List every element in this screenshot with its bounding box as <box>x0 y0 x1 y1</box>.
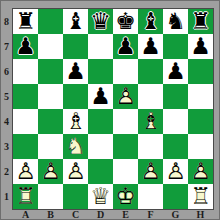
piece-black-rook[interactable]: ♜ <box>188 9 213 34</box>
square-c2[interactable]: ♟♙ <box>63 159 88 184</box>
square-h8[interactable]: ♜ <box>188 9 213 34</box>
rank-label-1: 1 <box>1 184 12 209</box>
white-bishop-outline-glyph: ♗ <box>138 109 163 134</box>
square-c4[interactable]: ♝♗ <box>63 109 88 134</box>
square-e8[interactable]: ♚ <box>113 9 138 34</box>
piece-white-pawn[interactable]: ♟♙ <box>138 159 163 184</box>
file-label-h: H <box>188 208 213 220</box>
piece-black-pawn[interactable]: ♟ <box>88 84 113 109</box>
rank-label-6: 6 <box>1 59 12 84</box>
square-d8[interactable]: ♛ <box>88 9 113 34</box>
square-e7[interactable]: ♟ <box>113 34 138 59</box>
square-d1[interactable]: ♛♕ <box>88 184 113 209</box>
piece-white-pawn[interactable]: ♟♙ <box>188 159 213 184</box>
square-g3[interactable] <box>163 134 188 159</box>
square-b6[interactable] <box>38 59 63 84</box>
square-g2[interactable]: ♟♙ <box>163 159 188 184</box>
file-labels: ABCDEFGH <box>13 208 213 220</box>
piece-white-pawn[interactable]: ♟♙ <box>63 159 88 184</box>
white-pawn-outline-glyph: ♙ <box>138 159 163 184</box>
piece-black-pawn[interactable]: ♟ <box>113 34 138 59</box>
piece-white-pawn[interactable]: ♟♙ <box>163 159 188 184</box>
white-pawn-outline-glyph: ♙ <box>163 159 188 184</box>
black-knight-glyph: ♞ <box>163 9 188 34</box>
square-h1[interactable]: ♜♖ <box>188 184 213 209</box>
piece-white-pawn[interactable]: ♟♙ <box>13 159 38 184</box>
black-rook-glyph: ♜ <box>13 9 38 34</box>
square-b7[interactable] <box>38 34 63 59</box>
square-g1[interactable] <box>163 184 188 209</box>
square-a5[interactable] <box>13 84 38 109</box>
square-b2[interactable]: ♟♙ <box>38 159 63 184</box>
square-f3[interactable] <box>138 134 163 159</box>
piece-black-queen[interactable]: ♛ <box>88 9 113 34</box>
black-rook-glyph: ♜ <box>188 9 213 34</box>
white-pawn-outline-glyph: ♙ <box>38 159 63 184</box>
piece-black-bishop[interactable]: ♝ <box>63 9 88 34</box>
piece-white-bishop[interactable]: ♝♗ <box>63 109 88 134</box>
white-rook-outline-glyph: ♖ <box>13 184 38 209</box>
square-h3[interactable] <box>188 134 213 159</box>
piece-white-king[interactable]: ♚♔ <box>113 184 138 209</box>
square-f2[interactable]: ♟♙ <box>138 159 163 184</box>
square-d6[interactable] <box>88 59 113 84</box>
rank-label-8: 8 <box>1 9 12 34</box>
white-pawn-outline-glyph: ♙ <box>13 159 38 184</box>
piece-black-rook[interactable]: ♜ <box>13 9 38 34</box>
piece-white-bishop[interactable]: ♝♗ <box>138 109 163 134</box>
square-b3[interactable] <box>38 134 63 159</box>
black-bishop-glyph: ♝ <box>63 9 88 34</box>
square-h2[interactable]: ♟♙ <box>188 159 213 184</box>
white-queen-outline-glyph: ♕ <box>88 184 113 209</box>
square-f1[interactable] <box>138 184 163 209</box>
square-b5[interactable] <box>38 84 63 109</box>
piece-black-pawn[interactable]: ♟ <box>138 34 163 59</box>
square-d5[interactable]: ♟ <box>88 84 113 109</box>
piece-white-pawn[interactable]: ♟♙ <box>38 159 63 184</box>
square-d3[interactable] <box>88 134 113 159</box>
piece-white-pawn[interactable]: ♟♙ <box>113 84 138 109</box>
square-c3[interactable]: ♞♘ <box>63 134 88 159</box>
square-g4[interactable] <box>163 109 188 134</box>
black-pawn-glyph: ♟ <box>88 84 113 109</box>
square-d2[interactable] <box>88 159 113 184</box>
piece-black-king[interactable]: ♚ <box>113 9 138 34</box>
black-pawn-glyph: ♟ <box>188 34 213 59</box>
square-a6[interactable] <box>13 59 38 84</box>
black-pawn-glyph: ♟ <box>63 59 88 84</box>
square-h6[interactable] <box>188 59 213 84</box>
piece-black-knight[interactable]: ♞ <box>163 9 188 34</box>
square-g8[interactable]: ♞ <box>163 9 188 34</box>
piece-black-bishop[interactable]: ♝ <box>138 9 163 34</box>
file-label-b: B <box>38 208 63 220</box>
black-bishop-glyph: ♝ <box>138 9 163 34</box>
rank-label-2: 2 <box>1 159 12 184</box>
square-d7[interactable] <box>88 34 113 59</box>
square-f5[interactable] <box>138 84 163 109</box>
piece-white-queen[interactable]: ♛♕ <box>88 184 113 209</box>
square-e2[interactable] <box>113 159 138 184</box>
piece-white-knight[interactable]: ♞♘ <box>63 134 88 159</box>
file-label-d: D <box>88 208 113 220</box>
square-g7[interactable] <box>163 34 188 59</box>
white-king-outline-glyph: ♔ <box>113 184 138 209</box>
square-b1[interactable] <box>38 184 63 209</box>
square-d4[interactable] <box>88 109 113 134</box>
file-label-a: A <box>13 208 38 220</box>
piece-white-rook[interactable]: ♜♖ <box>13 184 38 209</box>
square-b8[interactable] <box>38 9 63 34</box>
piece-black-pawn[interactable]: ♟ <box>188 34 213 59</box>
square-c1[interactable] <box>63 184 88 209</box>
square-e1[interactable]: ♚♔ <box>113 184 138 209</box>
square-g5[interactable] <box>163 84 188 109</box>
rank-label-7: 7 <box>1 34 12 59</box>
white-knight-outline-glyph: ♘ <box>63 134 88 159</box>
square-f6[interactable] <box>138 59 163 84</box>
square-a3[interactable] <box>13 134 38 159</box>
square-b4[interactable] <box>38 109 63 134</box>
white-pawn-outline-glyph: ♙ <box>113 84 138 109</box>
square-a8[interactable]: ♜ <box>13 9 38 34</box>
piece-white-rook[interactable]: ♜♖ <box>188 184 213 209</box>
square-f8[interactable]: ♝ <box>138 9 163 34</box>
file-label-e: E <box>113 208 138 220</box>
chess-board-window: 87654321 ♜♝♛♚♝♞♜♟♟♟♟♟♟♟♟♙♝♗♝♗♞♘♟♙♟♙♟♙♟♙♟… <box>0 0 220 220</box>
square-h7[interactable]: ♟ <box>188 34 213 59</box>
square-e3[interactable] <box>113 134 138 159</box>
piece-black-pawn[interactable]: ♟ <box>163 59 188 84</box>
black-king-glyph: ♚ <box>113 9 138 34</box>
square-a7[interactable]: ♟ <box>13 34 38 59</box>
piece-black-pawn[interactable]: ♟ <box>13 34 38 59</box>
square-h4[interactable] <box>188 109 213 134</box>
white-pawn-outline-glyph: ♙ <box>188 159 213 184</box>
black-pawn-glyph: ♟ <box>13 34 38 59</box>
file-label-g: G <box>163 208 188 220</box>
square-c6[interactable]: ♟ <box>63 59 88 84</box>
square-a4[interactable] <box>13 109 38 134</box>
square-e6[interactable] <box>113 59 138 84</box>
white-rook-outline-glyph: ♖ <box>188 184 213 209</box>
piece-black-pawn[interactable]: ♟ <box>63 59 88 84</box>
square-c8[interactable]: ♝ <box>63 9 88 34</box>
square-g6[interactable]: ♟ <box>163 59 188 84</box>
rank-label-5: 5 <box>1 84 12 109</box>
square-h5[interactable] <box>188 84 213 109</box>
square-a2[interactable]: ♟♙ <box>13 159 38 184</box>
square-c5[interactable] <box>63 84 88 109</box>
rank-labels: 87654321 <box>1 9 12 209</box>
black-pawn-glyph: ♟ <box>163 59 188 84</box>
square-a1[interactable]: ♜♖ <box>13 184 38 209</box>
square-f7[interactable]: ♟ <box>138 34 163 59</box>
square-f4[interactable]: ♝♗ <box>138 109 163 134</box>
rank-label-3: 3 <box>1 134 12 159</box>
chess-board: ♜♝♛♚♝♞♜♟♟♟♟♟♟♟♟♙♝♗♝♗♞♘♟♙♟♙♟♙♟♙♟♙♟♙♜♖♛♕♚♔… <box>12 8 214 210</box>
square-e4[interactable] <box>113 109 138 134</box>
square-e5[interactable]: ♟♙ <box>113 84 138 109</box>
white-pawn-outline-glyph: ♙ <box>63 159 88 184</box>
black-pawn-glyph: ♟ <box>113 34 138 59</box>
black-pawn-glyph: ♟ <box>138 34 163 59</box>
file-label-c: C <box>63 208 88 220</box>
rank-label-4: 4 <box>1 109 12 134</box>
black-queen-glyph: ♛ <box>88 9 113 34</box>
white-bishop-outline-glyph: ♗ <box>63 109 88 134</box>
square-c7[interactable] <box>63 34 88 59</box>
file-label-f: F <box>138 208 163 220</box>
